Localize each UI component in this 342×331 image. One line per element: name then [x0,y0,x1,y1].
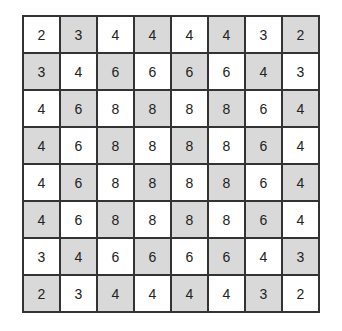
cell-r4c8: 4 [283,128,318,163]
cell-r3c3: 8 [98,91,133,126]
cell-r1c7: 3 [246,17,281,52]
cell-r5c5: 8 [172,165,207,200]
cell-r7c5: 6 [172,239,207,274]
cell-r1c5: 4 [172,17,207,52]
cell-r6c4: 8 [135,202,170,237]
cell-r4c5: 8 [172,128,207,163]
cell-r8c2: 3 [61,276,96,311]
cell-r5c2: 6 [61,165,96,200]
cell-r7c8: 3 [283,239,318,274]
cell-r7c7: 4 [246,239,281,274]
cell-r2c2: 4 [61,54,96,89]
cell-r5c1: 4 [24,165,59,200]
cell-r7c6: 6 [209,239,244,274]
cell-r2c6: 6 [209,54,244,89]
cell-r2c7: 4 [246,54,281,89]
cell-r6c1: 4 [24,202,59,237]
cell-r3c2: 6 [61,91,96,126]
cell-r5c7: 6 [246,165,281,200]
cell-r6c3: 8 [98,202,133,237]
cell-r4c7: 6 [246,128,281,163]
cell-r8c7: 3 [246,276,281,311]
cell-r3c8: 4 [283,91,318,126]
knight-move-count-board: 2344443234666643468888644688886446888864… [22,15,320,313]
cell-r1c1: 2 [24,17,59,52]
cell-r6c6: 8 [209,202,244,237]
cell-r1c2: 3 [61,17,96,52]
cell-r2c3: 6 [98,54,133,89]
cell-r8c6: 4 [209,276,244,311]
cell-r8c8: 2 [283,276,318,311]
page: 2344443234666643468888644688886446888864… [0,0,342,331]
cell-r3c7: 6 [246,91,281,126]
cell-r8c1: 2 [24,276,59,311]
cell-r7c2: 4 [61,239,96,274]
cell-r1c3: 4 [98,17,133,52]
cell-r4c4: 8 [135,128,170,163]
cell-r4c1: 4 [24,128,59,163]
cell-r1c8: 2 [283,17,318,52]
cell-r5c6: 8 [209,165,244,200]
cell-r6c7: 6 [246,202,281,237]
cell-r6c5: 8 [172,202,207,237]
cell-r1c4: 4 [135,17,170,52]
cell-r2c4: 6 [135,54,170,89]
cell-r2c8: 3 [283,54,318,89]
cell-r6c8: 4 [283,202,318,237]
cell-r5c8: 4 [283,165,318,200]
cell-r1c6: 4 [209,17,244,52]
cell-r4c6: 8 [209,128,244,163]
cell-r7c1: 3 [24,239,59,274]
cell-r4c3: 8 [98,128,133,163]
cell-r7c4: 6 [135,239,170,274]
cell-r3c5: 8 [172,91,207,126]
cell-r8c5: 4 [172,276,207,311]
cell-r6c2: 6 [61,202,96,237]
cell-r2c5: 6 [172,54,207,89]
cell-r2c1: 3 [24,54,59,89]
cell-r8c4: 4 [135,276,170,311]
cell-r7c3: 6 [98,239,133,274]
cell-r3c4: 8 [135,91,170,126]
cell-r4c2: 6 [61,128,96,163]
cell-r5c4: 8 [135,165,170,200]
cell-r8c3: 4 [98,276,133,311]
cell-r3c6: 8 [209,91,244,126]
cell-r5c3: 8 [98,165,133,200]
cell-r3c1: 4 [24,91,59,126]
